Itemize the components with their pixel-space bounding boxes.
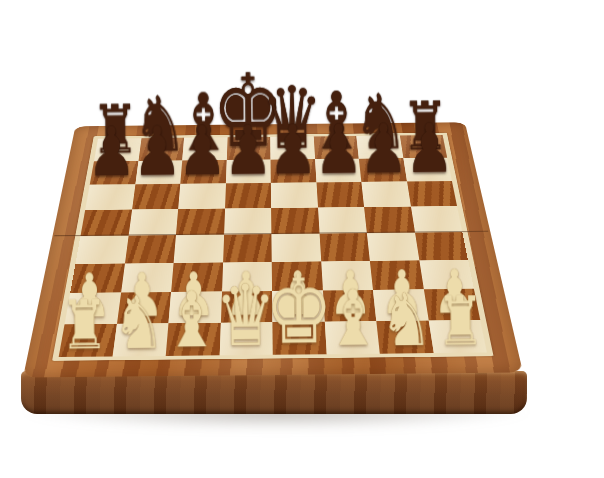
square-g8: ♞: [356, 136, 403, 159]
square-e1: ♚: [272, 321, 326, 354]
square-d5: [224, 208, 272, 235]
square-g2: ♟: [373, 289, 428, 320]
square-b2: ♟: [117, 292, 172, 324]
square-h7: ♟: [403, 158, 452, 182]
square-g7: ♟: [359, 158, 407, 182]
square-b3: [121, 263, 174, 293]
square-h2: ♟: [423, 289, 480, 320]
square-f8: ♝: [313, 136, 358, 159]
square-g5: [364, 206, 415, 233]
square-h1: ♜: [428, 320, 487, 353]
square-c6: [178, 183, 225, 208]
square-f7: ♟: [315, 158, 362, 182]
square-e5: [271, 207, 319, 234]
box-front-face: [21, 371, 527, 414]
square-c1: ♝: [166, 322, 221, 355]
square-a5: [80, 209, 131, 236]
square-a8: ♜: [94, 138, 141, 161]
square-c3: [171, 262, 223, 292]
chess-board-grid: ♜♞♝♚♛♝♞♜♟♟♟♟♟♟♟♟♟♟♟♟♟♟♟♟♜♞♝♛♚♝♞♜: [59, 135, 487, 357]
square-h3: [419, 260, 474, 290]
square-h4: [415, 232, 468, 260]
square-d8: ♚: [226, 137, 270, 160]
square-d6: [225, 183, 271, 208]
square-e7: ♟: [271, 159, 317, 183]
chess-board: ♜♞♝♚♛♝♞♜♟♟♟♟♟♟♟♟♟♟♟♟♟♟♟♟♜♞♝♛♚♝♞♜: [23, 122, 523, 377]
chess-set-photo: ♜♞♝♚♛♝♞♜♟♟♟♟♟♟♟♟♟♟♟♟♟♟♟♟♜♞♝♛♚♝♞♜: [0, 0, 604, 478]
square-b6: [132, 184, 181, 209]
dark-rook: ♜: [401, 93, 449, 160]
square-h6: [407, 181, 457, 206]
square-b5: [128, 209, 178, 236]
dark-bishop: ♝: [308, 81, 366, 161]
square-f4: [319, 233, 370, 261]
square-d7: ♟: [226, 159, 271, 183]
square-h8: ♜: [399, 135, 447, 158]
square-d1: ♛: [219, 322, 273, 355]
dark-rook: ♜: [91, 96, 139, 163]
square-e6: [271, 182, 318, 207]
square-c5: [176, 208, 225, 235]
square-e8: ♛: [270, 136, 314, 159]
square-b8: ♞: [138, 138, 184, 161]
square-e2: ♟: [272, 290, 324, 322]
square-f2: ♟: [323, 290, 377, 321]
square-f5: [318, 207, 367, 234]
square-g4: [367, 233, 419, 261]
square-b4: [125, 235, 176, 263]
square-c2: ♟: [169, 291, 222, 323]
square-c4: [174, 235, 224, 263]
square-d3: [222, 262, 272, 292]
square-h5: [411, 206, 463, 233]
square-d2: ♟: [220, 291, 272, 323]
square-d4: [223, 234, 272, 262]
square-a4: [75, 236, 128, 264]
square-g1: ♞: [376, 320, 433, 353]
square-b1: ♞: [112, 323, 168, 356]
square-f6: [316, 182, 364, 207]
square-b7: ♟: [135, 160, 182, 184]
square-e4: [271, 234, 320, 262]
dark-bishop: ♝: [175, 82, 233, 162]
square-e3: [272, 261, 323, 291]
square-f1: ♝: [324, 321, 379, 354]
square-a2: ♟: [65, 293, 121, 325]
square-f3: [321, 261, 373, 291]
square-a3: [70, 263, 124, 293]
dark-knight: ♞: [132, 86, 188, 163]
photo-background: ♜♞♝♚♛♝♞♜♟♟♟♟♟♟♟♟♟♟♟♟♟♟♟♟♜♞♝♛♚♝♞♜: [0, 0, 604, 478]
square-g6: [361, 182, 410, 207]
square-c7: ♟: [180, 160, 226, 184]
square-g3: [370, 260, 424, 290]
maple-inlay-border: ♜♞♝♚♛♝♞♜♟♟♟♟♟♟♟♟♟♟♟♟♟♟♟♟♜♞♝♛♚♝♞♜: [52, 133, 493, 361]
square-a7: ♟: [90, 161, 138, 185]
dark-knight: ♞: [353, 83, 409, 160]
square-a1: ♜: [59, 324, 117, 357]
square-a6: [85, 184, 135, 209]
square-c8: ♝: [182, 137, 227, 160]
